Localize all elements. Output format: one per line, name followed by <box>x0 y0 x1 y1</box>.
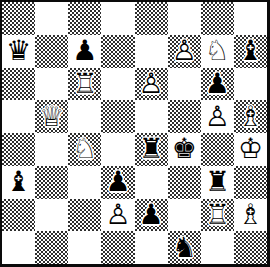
square-d4[interactable] <box>101 133 134 166</box>
black-queen-glyph: ♛ <box>2 35 35 68</box>
square-b7[interactable] <box>35 35 68 68</box>
square-b5[interactable]: ♛♕ <box>35 100 68 133</box>
square-e1[interactable] <box>135 231 168 264</box>
square-a1[interactable] <box>2 231 35 264</box>
black-knight: ♞♞ <box>168 231 201 264</box>
square-f7[interactable]: ♟♙ <box>168 35 201 68</box>
black-pawn-glyph: ♟ <box>68 35 101 68</box>
square-f5[interactable] <box>168 100 201 133</box>
white-bishop: ♝♗ <box>234 199 267 232</box>
square-e3[interactable] <box>135 166 168 199</box>
white-rook-glyph: ♖ <box>68 68 101 101</box>
square-e8[interactable] <box>135 2 168 35</box>
square-c3[interactable] <box>68 166 101 199</box>
black-rook: ♜♜ <box>201 166 234 199</box>
chess-board: ♛♛♟♟♟♙♞♘♝♝♜♖♟♙♟♟♛♕♟♙♝♗♞♘♜♜♚♚♚♔♝♝♟♟♜♜♟♙♟♟… <box>2 2 267 264</box>
black-knight-glyph: ♞ <box>168 231 201 264</box>
white-knight: ♞♘ <box>201 35 234 68</box>
white-king: ♚♔ <box>234 133 267 166</box>
white-knight-glyph: ♘ <box>68 133 101 166</box>
square-f8[interactable] <box>168 2 201 35</box>
black-king-glyph: ♚ <box>168 133 201 166</box>
square-d5[interactable] <box>101 100 134 133</box>
white-queen: ♛♕ <box>35 100 68 133</box>
square-g5[interactable]: ♟♙ <box>201 100 234 133</box>
black-pawn: ♟♟ <box>101 166 134 199</box>
white-rook: ♜♖ <box>68 68 101 101</box>
white-pawn-glyph: ♙ <box>135 68 168 101</box>
square-e4[interactable]: ♜♜ <box>135 133 168 166</box>
black-queen: ♛♛ <box>2 35 35 68</box>
square-g2[interactable]: ♜♖ <box>201 199 234 232</box>
square-b2[interactable] <box>35 199 68 232</box>
square-b6[interactable] <box>35 68 68 101</box>
square-a2[interactable] <box>2 199 35 232</box>
square-a7[interactable]: ♛♛ <box>2 35 35 68</box>
square-h1[interactable] <box>234 231 267 264</box>
square-f1[interactable]: ♞♞ <box>168 231 201 264</box>
white-king-glyph: ♔ <box>234 133 267 166</box>
white-pawn: ♟♙ <box>168 35 201 68</box>
square-c5[interactable] <box>68 100 101 133</box>
square-d2[interactable]: ♟♙ <box>101 199 134 232</box>
white-bishop-glyph: ♗ <box>234 100 267 133</box>
square-b3[interactable] <box>35 166 68 199</box>
black-pawn: ♟♟ <box>201 68 234 101</box>
black-pawn: ♟♟ <box>135 199 168 232</box>
square-d7[interactable] <box>101 35 134 68</box>
square-f4[interactable]: ♚♚ <box>168 133 201 166</box>
black-pawn-glyph: ♟ <box>135 199 168 232</box>
square-a6[interactable] <box>2 68 35 101</box>
black-pawn-glyph: ♟ <box>101 166 134 199</box>
square-b4[interactable] <box>35 133 68 166</box>
white-bishop: ♝♗ <box>234 100 267 133</box>
black-pawn-glyph: ♟ <box>201 68 234 101</box>
white-rook-glyph: ♖ <box>201 199 234 232</box>
square-g1[interactable] <box>201 231 234 264</box>
square-c1[interactable] <box>68 231 101 264</box>
square-b1[interactable] <box>35 231 68 264</box>
white-pawn: ♟♙ <box>201 100 234 133</box>
white-pawn-glyph: ♙ <box>201 100 234 133</box>
square-g4[interactable] <box>201 133 234 166</box>
black-bishop-glyph: ♝ <box>2 166 35 199</box>
square-h8[interactable] <box>234 2 267 35</box>
white-bishop-glyph: ♗ <box>234 199 267 232</box>
black-king: ♚♚ <box>168 133 201 166</box>
black-rook-glyph: ♜ <box>201 166 234 199</box>
square-g7[interactable]: ♞♘ <box>201 35 234 68</box>
square-a3[interactable]: ♝♝ <box>2 166 35 199</box>
board-frame: ♛♛♟♟♟♙♞♘♝♝♜♖♟♙♟♟♛♕♟♙♝♗♞♘♜♜♚♚♚♔♝♝♟♟♜♜♟♙♟♟… <box>0 0 270 267</box>
white-pawn: ♟♙ <box>101 199 134 232</box>
white-knight-glyph: ♘ <box>201 35 234 68</box>
white-queen-glyph: ♕ <box>35 100 68 133</box>
square-f2[interactable] <box>168 199 201 232</box>
white-rook: ♜♖ <box>201 199 234 232</box>
square-c2[interactable] <box>68 199 101 232</box>
square-a5[interactable] <box>2 100 35 133</box>
square-c7[interactable]: ♟♟ <box>68 35 101 68</box>
square-d3[interactable]: ♟♟ <box>101 166 134 199</box>
square-h2[interactable]: ♝♗ <box>234 199 267 232</box>
square-h5[interactable]: ♝♗ <box>234 100 267 133</box>
square-g6[interactable]: ♟♟ <box>201 68 234 101</box>
square-c4[interactable]: ♞♘ <box>68 133 101 166</box>
square-e2[interactable]: ♟♟ <box>135 199 168 232</box>
square-d6[interactable] <box>101 68 134 101</box>
square-g8[interactable] <box>201 2 234 35</box>
black-rook-glyph: ♜ <box>135 133 168 166</box>
square-f3[interactable] <box>168 166 201 199</box>
square-h6[interactable] <box>234 68 267 101</box>
square-d8[interactable] <box>101 2 134 35</box>
black-bishop: ♝♝ <box>234 35 267 68</box>
square-d1[interactable] <box>101 231 134 264</box>
black-bishop: ♝♝ <box>2 166 35 199</box>
square-e5[interactable] <box>135 100 168 133</box>
white-pawn-glyph: ♙ <box>101 199 134 232</box>
square-a4[interactable] <box>2 133 35 166</box>
black-bishop-glyph: ♝ <box>234 35 267 68</box>
white-knight: ♞♘ <box>68 133 101 166</box>
white-pawn: ♟♙ <box>135 68 168 101</box>
square-c6[interactable]: ♜♖ <box>68 68 101 101</box>
square-h3[interactable] <box>234 166 267 199</box>
white-pawn-glyph: ♙ <box>168 35 201 68</box>
square-h4[interactable]: ♚♔ <box>234 133 267 166</box>
square-f6[interactable] <box>168 68 201 101</box>
square-c8[interactable] <box>68 2 101 35</box>
square-h7[interactable]: ♝♝ <box>234 35 267 68</box>
chess-diagram: ♛♛♟♟♟♙♞♘♝♝♜♖♟♙♟♟♛♕♟♙♝♗♞♘♜♜♚♚♚♔♝♝♟♟♜♜♟♙♟♟… <box>0 0 270 267</box>
square-a8[interactable] <box>2 2 35 35</box>
black-pawn: ♟♟ <box>68 35 101 68</box>
square-e6[interactable]: ♟♙ <box>135 68 168 101</box>
square-b8[interactable] <box>35 2 68 35</box>
square-e7[interactable] <box>135 35 168 68</box>
black-rook: ♜♜ <box>135 133 168 166</box>
square-g3[interactable]: ♜♜ <box>201 166 234 199</box>
